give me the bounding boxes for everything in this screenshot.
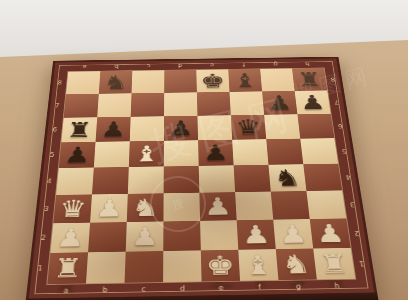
- file-label-bottom-d: d: [163, 284, 202, 295]
- rank-label-left-2: 2: [36, 223, 51, 253]
- white-pawn: ♟: [310, 220, 351, 248]
- square-b1: [86, 252, 126, 284]
- black-queen: ♛: [231, 116, 266, 139]
- square-d1: [163, 250, 202, 282]
- square-a8: [66, 71, 100, 94]
- white-pawn: ♟: [126, 223, 164, 251]
- file-label-top-c: c: [132, 62, 164, 69]
- white-knight: ♞: [276, 250, 317, 279]
- rank-label-right-1: 1: [353, 248, 369, 279]
- white-rook: ♜: [47, 254, 88, 283]
- square-h6: [297, 114, 334, 139]
- square-c5: ♝: [129, 141, 164, 167]
- file-label-top-f: f: [228, 61, 260, 68]
- square-f4: [234, 165, 271, 192]
- rank-label-left-3: 3: [39, 195, 53, 223]
- square-g6: [264, 114, 300, 139]
- square-a1: ♜: [47, 252, 88, 284]
- rank-label-right-3: 3: [345, 190, 360, 218]
- black-rook: ♜: [292, 69, 327, 90]
- square-g1: ♞: [276, 248, 317, 280]
- white-pawn: ♟: [199, 194, 236, 221]
- black-pawn: ♟: [59, 143, 96, 167]
- rank-label-right-7: 7: [330, 90, 344, 113]
- white-rook: ♜: [313, 249, 355, 278]
- white-pawn: ♟: [50, 224, 89, 252]
- square-g3: [271, 191, 310, 220]
- square-e6: [197, 115, 232, 140]
- square-f8: ♝: [228, 69, 262, 92]
- square-b3: ♟: [90, 194, 128, 223]
- black-king: ♚: [196, 71, 229, 92]
- square-e2: [200, 220, 238, 250]
- square-d5: [164, 140, 199, 166]
- black-bishop: ♝: [228, 70, 262, 91]
- square-h1: ♜: [313, 248, 355, 280]
- square-c7: [131, 93, 165, 117]
- rank-label-right-4: 4: [341, 163, 356, 190]
- rank-label-left-1: 1: [32, 253, 47, 284]
- rank-label-right-8: 8: [326, 68, 339, 90]
- chess-board: ♞♚♝♜♟♟♜♟♟♛♟♝♟♞♛♟♞♟♟♟♟♟♟♜♚♝♞♜ aabbccddeef…: [26, 57, 378, 300]
- square-a7: [64, 94, 99, 118]
- square-c8: [132, 70, 165, 93]
- black-pawn: ♟: [96, 118, 131, 141]
- white-bishop: ♝: [129, 142, 164, 166]
- rank-label-left-5: 5: [45, 142, 58, 168]
- square-b8: ♞: [99, 71, 133, 94]
- file-label-top-g: g: [259, 60, 291, 67]
- square-f5: [232, 139, 268, 165]
- black-pawn: ♟: [262, 92, 297, 114]
- rank-label-left-4: 4: [42, 168, 56, 195]
- file-label-top-b: b: [100, 62, 132, 69]
- rank-label-left-7: 7: [51, 94, 64, 118]
- file-label-top-d: d: [164, 62, 196, 69]
- square-h8: ♜: [292, 68, 327, 91]
- square-h7: ♟: [295, 90, 331, 114]
- square-d3: [163, 193, 200, 222]
- file-label-top-h: h: [291, 60, 324, 67]
- photo-scene: ♞♚♝♜♟♟♜♟♟♛♟♝♟♞♛♟♞♟♟♟♟♟♟♜♚♝♞♜ aabbccddeef…: [0, 0, 408, 300]
- rank-label-right-6: 6: [333, 114, 347, 139]
- square-a2: ♟: [50, 223, 90, 253]
- square-a3: ♛: [53, 194, 92, 223]
- square-f6: ♛: [231, 115, 266, 140]
- white-pawn: ♟: [237, 221, 276, 249]
- square-c1: [125, 251, 164, 283]
- square-c3: ♞: [127, 193, 164, 222]
- file-label-top-a: a: [68, 63, 100, 70]
- square-f1: ♝: [238, 249, 278, 281]
- square-a4: [56, 168, 94, 195]
- square-b2: [88, 222, 127, 252]
- square-d7: [164, 92, 197, 116]
- black-knight: ♞: [269, 166, 307, 191]
- square-b5: [94, 141, 130, 167]
- square-h5: [300, 138, 338, 164]
- black-rook: ♜: [61, 119, 97, 142]
- white-bishop: ♝: [238, 251, 278, 280]
- rank-label-left-6: 6: [48, 118, 61, 143]
- square-f2: ♟: [237, 220, 276, 250]
- white-pawn: ♟: [90, 195, 128, 222]
- file-label-bottom-b: b: [85, 285, 124, 296]
- square-h2: ♟: [310, 218, 351, 248]
- square-g8: [260, 69, 295, 92]
- black-pawn: ♟: [295, 92, 331, 114]
- square-a5: ♟: [59, 142, 96, 168]
- square-b7: [97, 93, 131, 117]
- square-e3: ♟: [199, 192, 236, 221]
- square-h4: [303, 164, 342, 191]
- square-b6: ♟: [96, 117, 131, 142]
- square-e8: ♚: [196, 69, 229, 92]
- rank-label-right-5: 5: [337, 138, 352, 164]
- square-c6: [130, 116, 164, 141]
- square-f3: [235, 192, 273, 221]
- board-grid: ♞♚♝♜♟♟♜♟♟♛♟♝♟♞♛♟♞♟♟♟♟♟♟♜♚♝♞♜: [47, 68, 355, 284]
- black-pawn: ♟: [198, 141, 233, 165]
- white-pawn: ♟: [273, 221, 313, 249]
- black-knight: ♞: [99, 72, 132, 93]
- square-g4: ♞: [268, 164, 306, 191]
- square-a6: ♜: [61, 117, 97, 142]
- square-d2: [163, 221, 201, 251]
- file-label-top-e: e: [196, 61, 228, 68]
- square-c4: [128, 166, 164, 193]
- square-e5: ♟: [198, 140, 234, 166]
- square-c2: ♟: [126, 221, 164, 251]
- square-g7: ♟: [262, 91, 297, 115]
- square-d6: ♟: [164, 116, 198, 141]
- square-e7: [197, 92, 231, 116]
- square-d8: [164, 70, 197, 93]
- white-knight: ♞: [127, 195, 164, 222]
- square-e1: ♚: [201, 250, 240, 282]
- square-b4: [92, 167, 129, 194]
- square-g5: [266, 139, 303, 165]
- rank-label-right-2: 2: [349, 218, 365, 248]
- black-pawn: ♟: [164, 117, 198, 140]
- white-king: ♚: [201, 251, 240, 280]
- white-queen: ♛: [53, 196, 91, 223]
- rank-label-left-8: 8: [53, 72, 65, 95]
- square-g2: ♟: [273, 219, 313, 249]
- square-d4: [164, 166, 200, 193]
- square-f7: [229, 91, 264, 115]
- square-e4: [199, 165, 235, 192]
- square-h3: [306, 190, 346, 219]
- file-label-bottom-c: c: [124, 285, 163, 296]
